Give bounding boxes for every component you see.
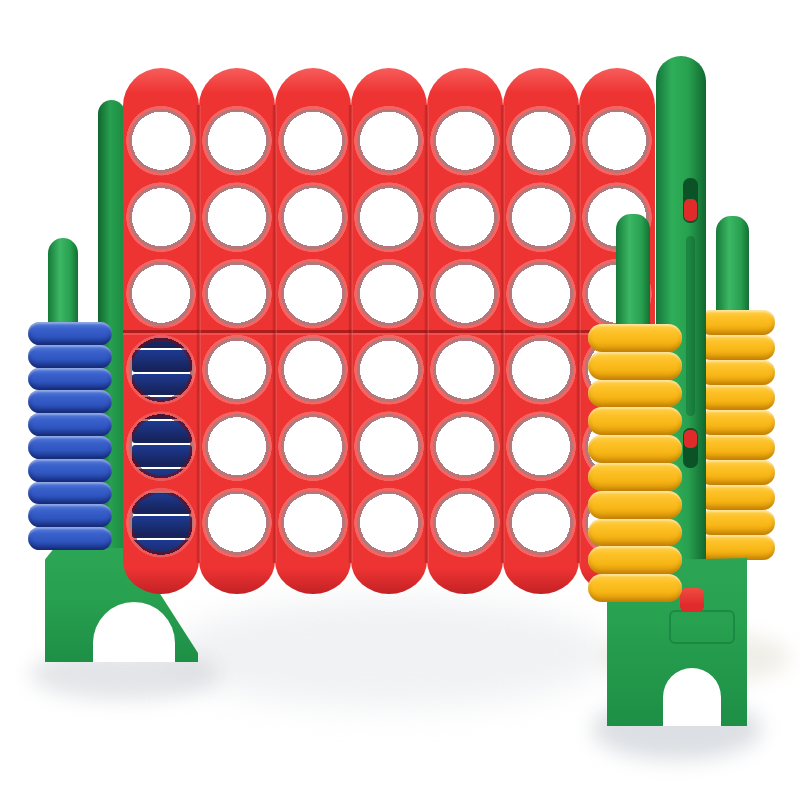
scallop-bump bbox=[123, 561, 199, 594]
scallop-bump bbox=[199, 68, 275, 106]
board-cell bbox=[123, 181, 199, 257]
column-rib bbox=[424, 105, 429, 563]
board-cell bbox=[351, 334, 427, 410]
board-cell bbox=[503, 181, 579, 257]
board-cell bbox=[503, 258, 579, 334]
board-cell bbox=[427, 487, 503, 563]
scallop-bump bbox=[503, 68, 579, 106]
scallop-bump bbox=[275, 68, 351, 106]
scallop-bump bbox=[427, 68, 503, 106]
red-slider-tab-icon bbox=[684, 430, 697, 448]
board-cell bbox=[427, 258, 503, 334]
scallop-bump bbox=[275, 561, 351, 594]
disc-yellow bbox=[588, 463, 682, 491]
product-photo-giant-connect-four bbox=[0, 0, 800, 800]
disc-yellow bbox=[699, 435, 775, 460]
column-rib bbox=[500, 105, 505, 563]
floor-reflection bbox=[170, 598, 610, 708]
disc-yellow bbox=[699, 510, 775, 535]
foot-arch-cutout bbox=[663, 668, 721, 726]
board-cell bbox=[199, 334, 275, 410]
board-cell bbox=[199, 258, 275, 334]
disc-yellow bbox=[699, 335, 775, 360]
disc-yellow bbox=[588, 407, 682, 435]
scallop-bump bbox=[199, 561, 275, 594]
board-cell bbox=[351, 258, 427, 334]
board-bottom-scallops bbox=[123, 561, 655, 594]
board-cell bbox=[351, 410, 427, 486]
board-top-scallops bbox=[123, 68, 655, 106]
disc-stack-left-front bbox=[28, 322, 112, 550]
disc-yellow bbox=[699, 410, 775, 435]
disc-stack-right-front bbox=[588, 324, 682, 602]
board-cell bbox=[199, 487, 275, 563]
scallop-bump bbox=[351, 561, 427, 594]
board-cell bbox=[123, 105, 199, 181]
column-rib bbox=[196, 105, 201, 563]
scallop-bump bbox=[503, 561, 579, 594]
disc-blue bbox=[28, 322, 112, 345]
board-cell bbox=[275, 487, 351, 563]
disc-yellow bbox=[699, 460, 775, 485]
foot-arch-cutout bbox=[93, 602, 175, 662]
disc-yellow bbox=[588, 519, 682, 547]
disc-yellow bbox=[588, 546, 682, 574]
disc-yellow bbox=[588, 380, 682, 408]
disc-yellow bbox=[699, 360, 775, 385]
disc-blue bbox=[28, 345, 112, 368]
disc-yellow bbox=[588, 574, 682, 602]
board-cell bbox=[427, 105, 503, 181]
board-cell bbox=[123, 258, 199, 334]
board-cell bbox=[427, 410, 503, 486]
disc-blue bbox=[28, 527, 112, 550]
post-upper-slot bbox=[683, 178, 698, 223]
disc-yellow bbox=[588, 435, 682, 463]
board-cell bbox=[275, 105, 351, 181]
board-cell bbox=[199, 181, 275, 257]
board-cell bbox=[275, 181, 351, 257]
disc-yellow bbox=[588, 491, 682, 519]
board-cell bbox=[123, 334, 199, 410]
scallop-bump bbox=[427, 561, 503, 594]
column-rib bbox=[348, 105, 353, 563]
disc-yellow bbox=[699, 385, 775, 410]
disc-blue bbox=[28, 368, 112, 391]
board-cell bbox=[199, 105, 275, 181]
board-cell bbox=[351, 105, 427, 181]
red-release-latch bbox=[680, 588, 704, 612]
disc-blue bbox=[28, 390, 112, 413]
board-cell bbox=[427, 334, 503, 410]
board-cell bbox=[351, 487, 427, 563]
board-cell bbox=[199, 410, 275, 486]
board-cell bbox=[275, 334, 351, 410]
board-cell bbox=[427, 181, 503, 257]
disc-blue bbox=[28, 459, 112, 482]
foot-recessed-panel bbox=[669, 610, 735, 644]
red-slider-tab-icon bbox=[684, 199, 697, 221]
post-groove bbox=[686, 236, 695, 416]
post-lower-slot bbox=[683, 428, 698, 468]
disc-yellow bbox=[699, 535, 775, 560]
disc-stack-right-rear bbox=[699, 310, 775, 560]
board-cell bbox=[351, 181, 427, 257]
disc-yellow bbox=[699, 485, 775, 510]
board-cell bbox=[275, 258, 351, 334]
column-rib bbox=[576, 105, 581, 563]
board-cell bbox=[123, 410, 199, 486]
disc-blue bbox=[28, 482, 112, 505]
disc-blue bbox=[28, 413, 112, 436]
scallop-bump bbox=[351, 68, 427, 106]
disc-yellow bbox=[588, 352, 682, 380]
disc-yellow bbox=[588, 324, 682, 352]
disc-yellow bbox=[699, 310, 775, 335]
column-rib bbox=[272, 105, 277, 563]
scallop-bump bbox=[123, 68, 199, 106]
board-cell bbox=[579, 105, 655, 181]
disc-blue bbox=[28, 436, 112, 459]
board-cell bbox=[503, 410, 579, 486]
board-cell bbox=[123, 487, 199, 563]
board-cell bbox=[503, 105, 579, 181]
board-cell bbox=[503, 334, 579, 410]
disc-blue bbox=[28, 504, 112, 527]
scallop-bump bbox=[579, 68, 655, 106]
board-cell bbox=[275, 410, 351, 486]
board-cell bbox=[503, 487, 579, 563]
